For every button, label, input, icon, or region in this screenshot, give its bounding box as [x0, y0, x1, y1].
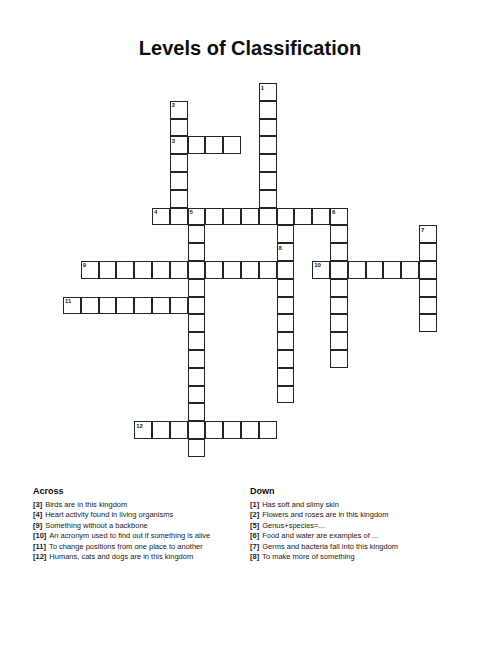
- grid-blank: [205, 154, 223, 172]
- grid-blank: [312, 350, 330, 368]
- crossword-grid: 123456789101112: [63, 83, 437, 457]
- grid-cell[interactable]: [401, 261, 419, 279]
- grid-blank: [116, 439, 134, 457]
- grid-blank: [294, 154, 312, 172]
- grid-cell[interactable]: [419, 261, 437, 279]
- grid-blank: [383, 350, 401, 368]
- grid-cell[interactable]: 2: [170, 101, 188, 119]
- grid-blank: [401, 386, 419, 404]
- grid-blank: [170, 83, 188, 101]
- grid-blank: [241, 332, 259, 350]
- grid-cell[interactable]: 1: [259, 83, 277, 101]
- grid-cell[interactable]: [205, 421, 223, 439]
- grid-blank: [348, 368, 366, 386]
- grid-blank: [99, 83, 117, 101]
- grid-blank: [312, 225, 330, 243]
- grid-blank: [63, 261, 81, 279]
- grid-blank: [401, 119, 419, 137]
- grid-blank: [81, 101, 99, 119]
- grid-cell[interactable]: [259, 119, 277, 137]
- grid-cell[interactable]: [188, 261, 206, 279]
- grid-cell[interactable]: [419, 297, 437, 315]
- grid-cell[interactable]: [152, 297, 170, 315]
- grid-cell[interactable]: [259, 154, 277, 172]
- grid-blank: [419, 368, 437, 386]
- grid-cell[interactable]: [188, 136, 206, 154]
- grid-blank: [241, 350, 259, 368]
- grid-blank: [294, 243, 312, 261]
- grid-cell[interactable]: [170, 119, 188, 137]
- grid-cell[interactable]: [188, 243, 206, 261]
- grid-cell[interactable]: [419, 314, 437, 332]
- grid-blank: [170, 279, 188, 297]
- grid-blank: [205, 83, 223, 101]
- grid-cell[interactable]: [259, 190, 277, 208]
- grid-blank: [99, 190, 117, 208]
- grid-blank: [277, 136, 295, 154]
- grid-blank: [134, 83, 152, 101]
- grid-cell[interactable]: 11: [63, 297, 81, 315]
- grid-blank: [383, 439, 401, 457]
- clue-item: [1]Has soft and slimy skin: [250, 500, 495, 510]
- grid-blank: [63, 314, 81, 332]
- grid-blank: [366, 154, 384, 172]
- grid-blank: [383, 136, 401, 154]
- grid-blank: [134, 136, 152, 154]
- grid-blank: [188, 154, 206, 172]
- grid-blank: [419, 332, 437, 350]
- grid-blank: [312, 172, 330, 190]
- grid-blank: [348, 101, 366, 119]
- grid-blank: [277, 101, 295, 119]
- grid-blank: [134, 314, 152, 332]
- grid-blank: [241, 101, 259, 119]
- grid-blank: [330, 439, 348, 457]
- grid-cell[interactable]: [205, 136, 223, 154]
- grid-cell[interactable]: [205, 208, 223, 226]
- grid-cell[interactable]: [294, 208, 312, 226]
- grid-cell[interactable]: [241, 421, 259, 439]
- grid-cell[interactable]: [277, 225, 295, 243]
- clue-item: [9]Something without a backbone: [33, 521, 245, 531]
- grid-blank: [205, 386, 223, 404]
- grid-cell[interactable]: [330, 261, 348, 279]
- grid-cell[interactable]: [170, 421, 188, 439]
- clue-text: Germs and bacteria fall into this kingdo…: [262, 542, 398, 551]
- grid-blank: [330, 83, 348, 101]
- grid-blank: [152, 332, 170, 350]
- grid-cell[interactable]: [188, 421, 206, 439]
- grid-cell[interactable]: [383, 261, 401, 279]
- grid-blank: [419, 421, 437, 439]
- grid-cell[interactable]: [188, 439, 206, 457]
- grid-blank: [241, 154, 259, 172]
- grid-blank: [383, 208, 401, 226]
- grid-blank: [419, 403, 437, 421]
- grid-cell[interactable]: 3: [170, 136, 188, 154]
- grid-blank: [170, 314, 188, 332]
- grid-blank: [312, 119, 330, 137]
- clue-number: [12]: [33, 552, 46, 561]
- grid-cell[interactable]: [330, 297, 348, 315]
- grid-blank: [312, 421, 330, 439]
- grid-cell[interactable]: [259, 261, 277, 279]
- clue-text: Genus+species=...: [262, 521, 325, 530]
- grid-blank: [401, 403, 419, 421]
- grid-blank: [259, 243, 277, 261]
- grid-cell[interactable]: 8: [277, 243, 295, 261]
- grid-blank: [134, 368, 152, 386]
- grid-blank: [152, 368, 170, 386]
- clue-item: [8]To make more of something: [250, 552, 495, 562]
- grid-blank: [205, 243, 223, 261]
- grid-blank: [134, 154, 152, 172]
- grid-blank: [205, 297, 223, 315]
- grid-blank: [383, 332, 401, 350]
- grid-blank: [63, 368, 81, 386]
- grid-blank: [116, 83, 134, 101]
- clue-number: [10]: [33, 531, 46, 540]
- grid-blank: [294, 119, 312, 137]
- grid-blank: [294, 403, 312, 421]
- grid-blank: [116, 368, 134, 386]
- grid-blank: [116, 136, 134, 154]
- grid-cell[interactable]: [419, 279, 437, 297]
- grid-blank: [99, 350, 117, 368]
- grid-blank: [99, 243, 117, 261]
- grid-cell[interactable]: [241, 208, 259, 226]
- grid-blank: [277, 154, 295, 172]
- grid-blank: [294, 421, 312, 439]
- grid-cell[interactable]: [170, 190, 188, 208]
- grid-blank: [170, 332, 188, 350]
- cell-number: 11: [65, 298, 71, 304]
- grid-cell[interactable]: [330, 332, 348, 350]
- grid-blank: [134, 439, 152, 457]
- grid-blank: [294, 314, 312, 332]
- grid-cell[interactable]: [277, 386, 295, 404]
- grid-blank: [205, 439, 223, 457]
- grid-blank: [294, 439, 312, 457]
- grid-blank: [366, 421, 384, 439]
- grid-cell[interactable]: [259, 101, 277, 119]
- grid-cell[interactable]: 6: [330, 208, 348, 226]
- grid-cell[interactable]: [277, 297, 295, 315]
- grid-blank: [401, 190, 419, 208]
- grid-cell[interactable]: [330, 279, 348, 297]
- grid-cell[interactable]: [170, 172, 188, 190]
- grid-cell[interactable]: 9: [81, 261, 99, 279]
- grid-blank: [116, 350, 134, 368]
- grid-blank: [383, 279, 401, 297]
- grid-blank: [223, 243, 241, 261]
- grid-blank: [401, 350, 419, 368]
- grid-cell[interactable]: [188, 332, 206, 350]
- grid-blank: [134, 279, 152, 297]
- grid-blank: [170, 439, 188, 457]
- grid-blank: [348, 225, 366, 243]
- grid-cell[interactable]: [188, 350, 206, 368]
- grid-blank: [116, 421, 134, 439]
- grid-cell[interactable]: 4: [152, 208, 170, 226]
- cell-number: 1: [261, 85, 264, 91]
- grid-cell[interactable]: [188, 314, 206, 332]
- grid-cell[interactable]: [259, 421, 277, 439]
- grid-cell[interactable]: [152, 421, 170, 439]
- grid-cell[interactable]: [116, 297, 134, 315]
- grid-blank: [152, 83, 170, 101]
- grid-blank: [99, 439, 117, 457]
- grid-blank: [99, 225, 117, 243]
- grid-blank: [348, 136, 366, 154]
- grid-cell[interactable]: [170, 261, 188, 279]
- grid-blank: [419, 439, 437, 457]
- grid-blank: [116, 314, 134, 332]
- grid-blank: [241, 368, 259, 386]
- grid-cell[interactable]: [116, 261, 134, 279]
- grid-blank: [134, 101, 152, 119]
- grid-blank: [419, 386, 437, 404]
- grid-blank: [383, 368, 401, 386]
- grid-cell[interactable]: [81, 297, 99, 315]
- grid-cell[interactable]: [223, 421, 241, 439]
- grid-blank: [348, 386, 366, 404]
- grid-blank: [401, 208, 419, 226]
- grid-blank: [294, 332, 312, 350]
- across-clues-list: [3]Birds are in this kingdom[4]Heart act…: [33, 500, 245, 562]
- clue-number: [9]: [33, 521, 42, 530]
- grid-blank: [63, 101, 81, 119]
- grid-blank: [116, 386, 134, 404]
- grid-blank: [419, 101, 437, 119]
- grid-blank: [205, 172, 223, 190]
- grid-blank: [366, 332, 384, 350]
- grid-blank: [366, 297, 384, 315]
- grid-blank: [63, 136, 81, 154]
- grid-cell[interactable]: [152, 261, 170, 279]
- grid-blank: [383, 314, 401, 332]
- grid-blank: [134, 386, 152, 404]
- grid-blank: [294, 297, 312, 315]
- clue-number: [3]: [33, 500, 42, 509]
- grid-blank: [81, 421, 99, 439]
- grid-cell[interactable]: [330, 243, 348, 261]
- grid-blank: [99, 368, 117, 386]
- grid-blank: [99, 172, 117, 190]
- grid-blank: [241, 243, 259, 261]
- grid-blank: [81, 314, 99, 332]
- grid-cell[interactable]: [277, 368, 295, 386]
- grid-cell[interactable]: [99, 297, 117, 315]
- grid-blank: [63, 190, 81, 208]
- grid-cell[interactable]: [419, 243, 437, 261]
- grid-cell[interactable]: [188, 279, 206, 297]
- grid-blank: [330, 154, 348, 172]
- grid-cell[interactable]: [188, 386, 206, 404]
- grid-blank: [383, 101, 401, 119]
- clue-number: [11]: [33, 542, 46, 551]
- grid-cell[interactable]: [223, 208, 241, 226]
- grid-cell[interactable]: [205, 261, 223, 279]
- grid-blank: [241, 386, 259, 404]
- grid-blank: [205, 279, 223, 297]
- grid-cell[interactable]: [277, 332, 295, 350]
- grid-blank: [152, 119, 170, 137]
- grid-blank: [223, 386, 241, 404]
- grid-blank: [312, 279, 330, 297]
- grid-blank: [241, 403, 259, 421]
- grid-blank: [152, 136, 170, 154]
- grid-cell[interactable]: [277, 208, 295, 226]
- grid-blank: [152, 225, 170, 243]
- grid-cell[interactable]: [99, 261, 117, 279]
- grid-cell[interactable]: 10: [312, 261, 330, 279]
- grid-cell[interactable]: [330, 314, 348, 332]
- grid-blank: [116, 243, 134, 261]
- grid-blank: [223, 225, 241, 243]
- grid-blank: [81, 154, 99, 172]
- grid-blank: [366, 119, 384, 137]
- clue-text: To change positions from one place to an…: [49, 542, 203, 551]
- grid-blank: [188, 83, 206, 101]
- grid-blank: [419, 119, 437, 137]
- grid-blank: [348, 350, 366, 368]
- grid-blank: [277, 439, 295, 457]
- grid-cell[interactable]: [188, 297, 206, 315]
- grid-blank: [419, 172, 437, 190]
- page-title: Levels of Classification: [0, 37, 500, 60]
- grid-blank: [241, 314, 259, 332]
- grid-blank: [312, 83, 330, 101]
- grid-blank: [81, 119, 99, 137]
- grid-cell[interactable]: 12: [134, 421, 152, 439]
- grid-blank: [223, 83, 241, 101]
- grid-cell[interactable]: [348, 261, 366, 279]
- grid-blank: [366, 439, 384, 457]
- grid-blank: [330, 101, 348, 119]
- grid-blank: [348, 243, 366, 261]
- grid-blank: [330, 403, 348, 421]
- grid-blank: [277, 83, 295, 101]
- grid-blank: [312, 403, 330, 421]
- grid-blank: [223, 154, 241, 172]
- grid-cell[interactable]: [277, 261, 295, 279]
- grid-blank: [401, 297, 419, 315]
- grid-cell[interactable]: [259, 208, 277, 226]
- grid-cell[interactable]: [188, 403, 206, 421]
- grid-cell[interactable]: [188, 368, 206, 386]
- grid-blank: [152, 154, 170, 172]
- grid-blank: [277, 119, 295, 137]
- clue-number: [6]: [250, 531, 259, 540]
- grid-blank: [63, 154, 81, 172]
- grid-cell[interactable]: 7: [419, 225, 437, 243]
- grid-blank: [205, 101, 223, 119]
- grid-blank: [223, 172, 241, 190]
- grid-blank: [116, 332, 134, 350]
- grid-blank: [259, 314, 277, 332]
- grid-cell[interactable]: [277, 350, 295, 368]
- cell-number: 4: [154, 209, 157, 215]
- grid-blank: [152, 279, 170, 297]
- grid-blank: [294, 172, 312, 190]
- grid-blank: [366, 350, 384, 368]
- grid-cell[interactable]: [259, 172, 277, 190]
- grid-blank: [63, 439, 81, 457]
- grid-cell[interactable]: [277, 314, 295, 332]
- grid-cell[interactable]: [134, 297, 152, 315]
- cell-number: 6: [332, 209, 335, 215]
- cell-number: 5: [190, 209, 193, 215]
- clue-item: [5]Genus+species=...: [250, 521, 495, 531]
- grid-blank: [99, 101, 117, 119]
- grid-cell[interactable]: [188, 225, 206, 243]
- down-clues-list: [1]Has soft and slimy skin[2]Flowers and…: [250, 500, 495, 562]
- grid-cell[interactable]: [330, 350, 348, 368]
- grid-cell[interactable]: [312, 208, 330, 226]
- grid-blank: [312, 439, 330, 457]
- grid-cell[interactable]: [170, 297, 188, 315]
- grid-blank: [259, 225, 277, 243]
- grid-cell[interactable]: 5: [188, 208, 206, 226]
- grid-blank: [152, 172, 170, 190]
- grid-blank: [294, 279, 312, 297]
- grid-blank: [277, 403, 295, 421]
- grid-blank: [330, 368, 348, 386]
- grid-blank: [241, 172, 259, 190]
- grid-cell[interactable]: [170, 154, 188, 172]
- grid-cell[interactable]: [223, 261, 241, 279]
- grid-blank: [170, 350, 188, 368]
- down-clues-section: Down [1]Has soft and slimy skin[2]Flower…: [250, 486, 495, 562]
- grid-cell[interactable]: [366, 261, 384, 279]
- grid-blank: [188, 172, 206, 190]
- grid-blank: [330, 172, 348, 190]
- grid-blank: [81, 332, 99, 350]
- grid-cell[interactable]: [330, 225, 348, 243]
- grid-cell[interactable]: [277, 279, 295, 297]
- grid-cell[interactable]: [170, 208, 188, 226]
- grid-blank: [383, 154, 401, 172]
- grid-blank: [81, 243, 99, 261]
- grid-blank: [116, 403, 134, 421]
- grid-blank: [366, 208, 384, 226]
- cell-number: 8: [279, 245, 282, 251]
- grid-blank: [81, 386, 99, 404]
- grid-blank: [348, 421, 366, 439]
- grid-blank: [312, 314, 330, 332]
- grid-blank: [134, 190, 152, 208]
- grid-blank: [152, 350, 170, 368]
- grid-blank: [401, 421, 419, 439]
- grid-blank: [401, 439, 419, 457]
- grid-blank: [348, 279, 366, 297]
- grid-cell[interactable]: [259, 136, 277, 154]
- grid-blank: [81, 225, 99, 243]
- grid-blank: [99, 332, 117, 350]
- grid-blank: [63, 119, 81, 137]
- grid-blank: [401, 83, 419, 101]
- grid-cell[interactable]: [223, 136, 241, 154]
- grid-cell[interactable]: [134, 261, 152, 279]
- clue-text: Something without a backbone: [45, 521, 148, 530]
- grid-blank: [63, 225, 81, 243]
- grid-blank: [401, 368, 419, 386]
- clue-item: [6]Food and water are examples of ...: [250, 531, 495, 541]
- grid-cell[interactable]: [241, 261, 259, 279]
- down-header: Down: [250, 486, 495, 496]
- grid-blank: [81, 439, 99, 457]
